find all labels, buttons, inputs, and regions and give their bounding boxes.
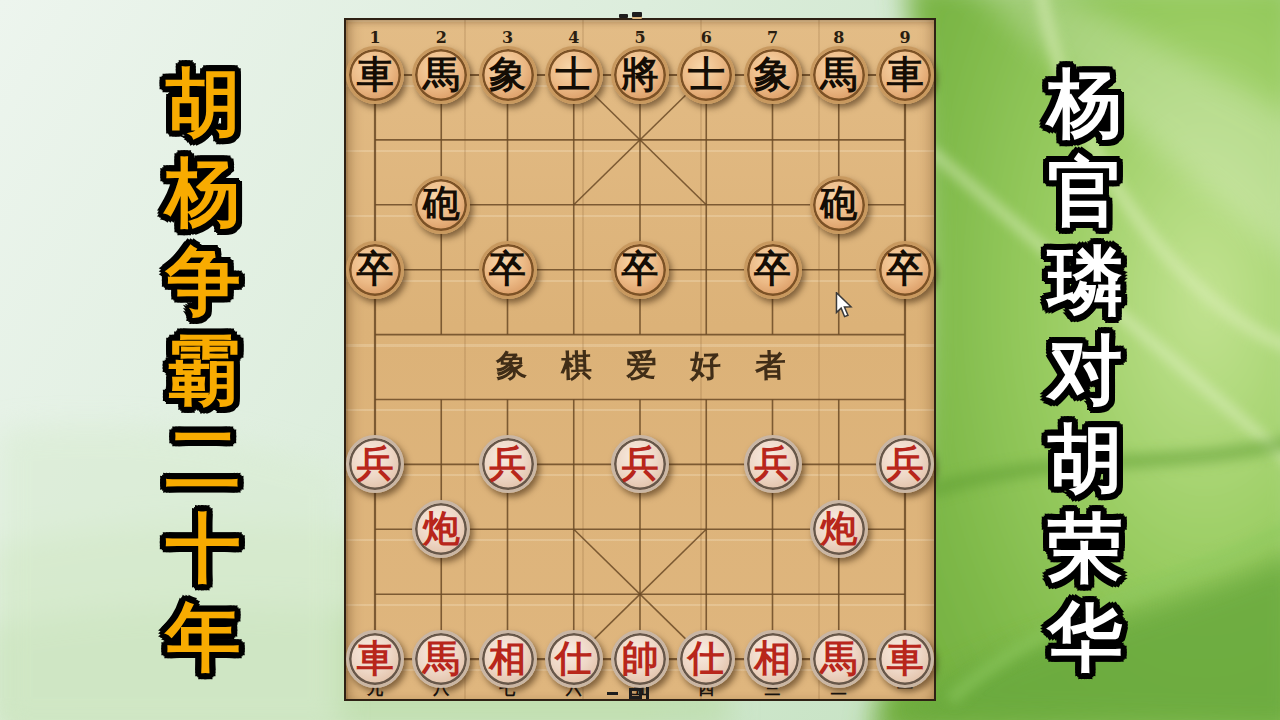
file-label-top-5: 5 (625, 28, 655, 47)
red-piece-帥-f5r10[interactable]: 帥 (611, 630, 669, 688)
red-piece-兵-f9r7[interactable]: 兵 (876, 435, 934, 493)
piece-glyph: 士 (555, 56, 592, 93)
piece-glyph: 卒 (357, 250, 394, 287)
title-char: 华 (1048, 598, 1123, 676)
title-char: 十 (166, 509, 241, 587)
watermark-fragment-bottom (629, 688, 642, 699)
file-label-top-6: 6 (691, 28, 721, 47)
title-char: 对 (1048, 331, 1123, 409)
title-char: 霸 (166, 331, 241, 409)
red-piece-相-f7r10[interactable]: 相 (744, 630, 802, 688)
black-piece-馬-f8r1[interactable]: 馬 (810, 46, 868, 104)
piece-glyph: 馬 (820, 56, 857, 93)
watermark-fragment-top (632, 12, 642, 19)
title-char: 二 (166, 420, 241, 498)
title-char: 胡 (1048, 420, 1123, 498)
piece-glyph: 兵 (887, 445, 924, 482)
river-text: 象棋爱好者 (496, 345, 786, 387)
piece-glyph: 砲 (423, 185, 460, 222)
red-piece-炮-f8r8[interactable]: 炮 (810, 500, 868, 558)
piece-glyph: 馬 (820, 640, 857, 677)
black-piece-砲-f2r3[interactable]: 砲 (412, 176, 470, 234)
piece-glyph: 車 (887, 640, 924, 677)
title-char: 胡 (166, 64, 241, 142)
red-piece-仕-f6r10[interactable]: 仕 (677, 630, 735, 688)
piece-glyph: 馬 (423, 640, 460, 677)
black-piece-士-f6r1[interactable]: 士 (677, 46, 735, 104)
black-piece-馬-f2r1[interactable]: 馬 (412, 46, 470, 104)
river-char: 者 (754, 344, 786, 387)
watermark-fragment-bottom (646, 687, 649, 699)
title-char: 璘 (1048, 242, 1123, 320)
watermark-fragment-top (619, 14, 628, 18)
black-piece-卒-f1r4[interactable]: 卒 (346, 241, 404, 299)
piece-glyph: 車 (357, 56, 394, 93)
black-piece-卒-f3r4[interactable]: 卒 (479, 241, 537, 299)
title-char: 官 (1048, 153, 1123, 231)
piece-glyph: 兵 (357, 445, 394, 482)
piece-glyph: 車 (357, 640, 394, 677)
black-piece-卒-f7r4[interactable]: 卒 (744, 241, 802, 299)
file-label-top-3: 3 (493, 28, 523, 47)
red-piece-兵-f5r7[interactable]: 兵 (611, 435, 669, 493)
river-char: 棋 (560, 344, 592, 387)
piece-glyph: 相 (754, 640, 791, 677)
black-piece-象-f3r1[interactable]: 象 (479, 46, 537, 104)
red-piece-馬-f2r10[interactable]: 馬 (412, 630, 470, 688)
red-piece-兵-f1r7[interactable]: 兵 (346, 435, 404, 493)
black-piece-卒-f5r4[interactable]: 卒 (611, 241, 669, 299)
file-label-top-2: 2 (426, 28, 456, 47)
black-piece-象-f7r1[interactable]: 象 (744, 46, 802, 104)
piece-glyph: 兵 (622, 445, 659, 482)
black-piece-卒-f9r4[interactable]: 卒 (876, 241, 934, 299)
red-piece-相-f3r10[interactable]: 相 (479, 630, 537, 688)
piece-glyph: 卒 (754, 250, 791, 287)
piece-glyph: 象 (754, 56, 791, 93)
red-piece-兵-f7r7[interactable]: 兵 (744, 435, 802, 493)
piece-glyph: 仕 (688, 640, 725, 677)
piece-glyph: 車 (887, 56, 924, 93)
file-label-top-1: 1 (360, 28, 390, 47)
title-char: 争 (166, 242, 241, 320)
red-piece-車-f1r10[interactable]: 車 (346, 630, 404, 688)
piece-glyph: 士 (688, 56, 725, 93)
title-char: 杨 (166, 153, 241, 231)
piece-glyph: 帥 (622, 640, 659, 677)
piece-glyph: 馬 (423, 56, 460, 93)
piece-glyph: 仕 (555, 640, 592, 677)
red-piece-車-f9r10[interactable]: 車 (876, 630, 934, 688)
title-char: 荣 (1048, 509, 1123, 587)
piece-glyph: 炮 (423, 510, 460, 547)
black-piece-車-f1r1[interactable]: 車 (346, 46, 404, 104)
piece-glyph: 象 (489, 56, 526, 93)
xiangqi-board[interactable]: 123456789 九八七六五四三二一 象棋爱好者 車馬象士將士象馬車砲砲卒卒卒… (344, 18, 936, 701)
black-piece-車-f9r1[interactable]: 車 (876, 46, 934, 104)
river-char: 爱 (625, 344, 657, 387)
black-piece-砲-f8r3[interactable]: 砲 (810, 176, 868, 234)
piece-glyph: 砲 (820, 185, 857, 222)
piece-glyph: 將 (622, 56, 659, 93)
title-char: 年 (166, 598, 241, 676)
file-label-top-8: 8 (824, 28, 854, 47)
right-title: 杨官璘对胡荣华 (1040, 64, 1130, 676)
red-piece-馬-f8r10[interactable]: 馬 (810, 630, 868, 688)
left-title: 胡杨争霸二十年 (158, 64, 248, 676)
river-char: 好 (690, 344, 722, 387)
river-char: 象 (495, 344, 527, 387)
piece-glyph: 卒 (622, 250, 659, 287)
red-piece-兵-f3r7[interactable]: 兵 (479, 435, 537, 493)
piece-glyph: 兵 (489, 445, 526, 482)
piece-glyph: 卒 (887, 250, 924, 287)
title-char: 杨 (1048, 64, 1123, 142)
black-piece-將-f5r1[interactable]: 將 (611, 46, 669, 104)
file-label-top-7: 7 (758, 28, 788, 47)
mouse-cursor (833, 292, 855, 318)
file-label-top-4: 4 (559, 28, 589, 47)
black-piece-士-f4r1[interactable]: 士 (545, 46, 603, 104)
piece-glyph: 卒 (489, 250, 526, 287)
piece-glyph: 兵 (754, 445, 791, 482)
watermark-fragment-bottom (607, 692, 618, 695)
piece-glyph: 相 (489, 640, 526, 677)
red-piece-仕-f4r10[interactable]: 仕 (545, 630, 603, 688)
file-label-top-9: 9 (890, 28, 920, 47)
piece-glyph: 炮 (820, 510, 857, 547)
